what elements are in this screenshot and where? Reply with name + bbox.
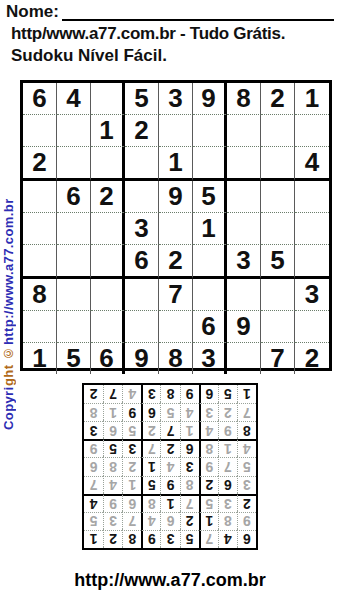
puzzle-empty-cell[interactable] [295,181,329,213]
solution-cell: 8 [103,457,122,475]
solution-cell: 6 [122,494,141,512]
puzzle-empty-cell[interactable] [91,279,125,311]
solution-cell: 9 [237,512,256,530]
solution-cell: 8 [199,439,218,457]
solution-cell: 3 [218,494,237,512]
solution-cell: 1 [141,457,160,475]
sudoku-worksheet-page: Nome: http/www.a77.com.br - Tudo Grátis.… [0,0,340,596]
solution-cell: 9 [122,403,141,421]
puzzle-empty-cell[interactable] [159,213,193,245]
solution-cell: 2 [103,530,122,548]
puzzle-given-cell: 3 [193,343,227,374]
solution-cell: 6 [141,403,160,421]
solution-cell: 3 [141,385,160,403]
puzzle-empty-cell[interactable] [57,147,91,181]
puzzle-given-cell: 2 [261,83,295,115]
puzzle-given-cell: 5 [261,245,295,279]
puzzle-given-cell: 9 [227,311,261,343]
solution-cell: 1 [103,403,122,421]
puzzle-given-cell: 5 [57,343,91,374]
solution-cell: 7 [237,403,256,421]
puzzle-given-cell: 2 [91,181,125,213]
puzzle-empty-cell[interactable] [261,279,295,311]
solution-cell: 4 [199,421,218,439]
sudoku-solution-grid-rotated: 6475398219812647352357186943628951475793… [82,383,258,550]
solution-cell: 6 [103,421,122,439]
puzzle-empty-cell[interactable] [91,83,125,115]
puzzle-empty-cell[interactable] [57,115,91,147]
solution-cell: 5 [122,421,141,439]
puzzle-given-cell: 8 [159,343,193,374]
puzzle-empty-cell[interactable] [159,311,193,343]
solution-cell: 8 [237,421,256,439]
name-fill-line[interactable] [62,3,334,21]
solution-cell: 5 [103,439,122,457]
puzzle-given-cell: 9 [159,181,193,213]
puzzle-empty-cell[interactable] [57,245,91,279]
solution-cell: 3 [237,476,256,494]
solution-cell: 7 [84,476,103,494]
solution-cell: 2 [180,512,199,530]
puzzle-given-cell: 6 [193,311,227,343]
copyright-text-segment: Copyri [1,386,16,430]
name-label: Nome: [6,3,59,21]
solution-cell: 5 [160,403,179,421]
puzzle-given-cell: 1 [295,83,329,115]
puzzle-empty-cell[interactable] [23,245,57,279]
puzzle-given-cell: 4 [295,147,329,181]
solution-cell: 4 [160,457,179,475]
puzzle-empty-cell[interactable] [227,181,261,213]
puzzle-given-cell: 3 [227,245,261,279]
puzzle-empty-cell[interactable] [227,343,261,374]
puzzle-given-cell: 1 [23,343,57,374]
puzzle-empty-cell[interactable] [227,279,261,311]
puzzle-given-cell: 3 [159,83,193,115]
solution-cell: 8 [84,403,103,421]
solution-cell: 8 [122,530,141,548]
solution-cell: 7 [141,439,160,457]
puzzle-given-cell: 1 [159,147,193,181]
solution-cell: 9 [180,385,199,403]
puzzle-empty-cell[interactable] [125,181,159,213]
puzzle-given-cell: 6 [125,245,159,279]
name-row: Nome: [6,3,334,21]
puzzle-empty-cell[interactable] [125,279,159,311]
puzzle-empty-cell[interactable] [227,213,261,245]
puzzle-given-cell: 5 [193,181,227,213]
puzzle-empty-cell[interactable] [23,311,57,343]
solution-cell: 3 [160,530,179,548]
solution-cell: 4 [180,403,199,421]
solution-cell: 7 [122,512,141,530]
solution-cell: 1 [84,530,103,548]
solution-cell: 1 [199,512,218,530]
solution-cell: 5 [218,385,237,403]
puzzle-empty-cell[interactable] [227,147,261,181]
puzzle-empty-cell[interactable] [295,115,329,147]
puzzle-empty-cell[interactable] [57,311,91,343]
solution-cell: 4 [141,512,160,530]
solution-cell: 8 [180,476,199,494]
solution-cell: 6 [180,439,199,457]
puzzle-empty-cell[interactable] [295,311,329,343]
solution-cell: 1 [122,476,141,494]
solution-cell: 2 [122,457,141,475]
solution-cell: 9 [103,494,122,512]
puzzle-given-cell: 7 [159,279,193,311]
puzzle-empty-cell[interactable] [261,147,295,181]
puzzle-given-cell: 8 [23,279,57,311]
puzzle-empty-cell[interactable] [193,279,227,311]
solution-cell: 4 [122,385,141,403]
solution-cell: 7 [103,385,122,403]
solution-cell: 3 [103,512,122,530]
puzzle-empty-cell[interactable] [295,245,329,279]
puzzle-empty-cell[interactable] [125,147,159,181]
solution-cell: 8 [218,512,237,530]
puzzle-given-cell: 1 [91,115,125,147]
copyright-text-segment: http://www.a77.com.br [1,199,16,346]
solution-cell: 4 [103,476,122,494]
copyright-text-segment: ght © [1,345,16,386]
puzzle-given-cell: 4 [57,83,91,115]
solution-cell: 1 [218,439,237,457]
solution-cell: 9 [199,457,218,475]
solution-cell: 7 [160,421,179,439]
solution-cell: 6 [160,512,179,530]
solution-cell: 9 [160,476,179,494]
solution-cell: 3 [180,457,199,475]
puzzle-empty-cell[interactable] [193,147,227,181]
puzzle-given-cell: 9 [125,343,159,374]
solution-cell: 8 [141,494,160,512]
puzzle-empty-cell[interactable] [159,115,193,147]
solution-cell: 5 [141,476,160,494]
solution-cell: 4 [218,530,237,548]
puzzle-level-title: Sudoku Nível Fácil. [11,46,167,66]
puzzle-empty-cell[interactable] [23,213,57,245]
solution-cell: 2 [84,385,103,403]
puzzle-empty-cell[interactable] [193,245,227,279]
site-tagline: http/www.a77.com.br - Tudo Grátis. [11,24,285,44]
solution-cell: 5 [180,530,199,548]
solution-cell: 3 [84,421,103,439]
puzzle-empty-cell[interactable] [261,213,295,245]
solution-cell: 6 [84,457,103,475]
puzzle-empty-cell[interactable] [23,181,57,213]
solution-cell: 7 [218,457,237,475]
solution-cell: 9 [141,530,160,548]
puzzle-empty-cell[interactable] [23,115,57,147]
puzzle-given-cell: 6 [23,83,57,115]
solution-cell: 2 [199,476,218,494]
puzzle-empty-cell[interactable] [57,213,91,245]
solution-cell: 5 [84,512,103,530]
solution-cell: 7 [180,494,199,512]
puzzle-given-cell: 2 [125,115,159,147]
puzzle-empty-cell[interactable] [91,245,125,279]
puzzle-empty-cell[interactable] [91,147,125,181]
solution-cell: 2 [218,403,237,421]
solution-cell: 4 [84,494,103,512]
puzzle-empty-cell[interactable] [125,311,159,343]
puzzle-given-cell: 5 [125,83,159,115]
solution-cell: 3 [199,403,218,421]
puzzle-empty-cell[interactable] [57,279,91,311]
solution-cell: 1 [160,494,179,512]
solution-cell: 7 [199,530,218,548]
puzzle-empty-cell[interactable] [295,213,329,245]
puzzle-empty-cell[interactable] [261,181,295,213]
solution-cell: 6 [237,530,256,548]
puzzle-given-cell: 3 [125,213,159,245]
puzzle-empty-cell[interactable] [91,213,125,245]
solution-cell: 2 [141,421,160,439]
copyright-vertical-text: Copyright © http://www.a77.com.br [0,153,17,475]
solution-cell: 8 [160,385,179,403]
solution-cell: 4 [237,439,256,457]
solution-cell: 1 [237,385,256,403]
solution-cell: 5 [237,457,256,475]
puzzle-empty-cell[interactable] [227,115,261,147]
puzzle-given-cell: 8 [227,83,261,115]
puzzle-empty-cell[interactable] [261,311,295,343]
puzzle-given-cell: 6 [57,181,91,213]
solution-cell: 9 [218,421,237,439]
puzzle-given-cell: 6 [91,343,125,374]
solution-cell: 1 [180,421,199,439]
puzzle-given-cell: 2 [295,343,329,374]
puzzle-given-cell: 2 [23,147,57,181]
puzzle-empty-cell[interactable] [91,311,125,343]
puzzle-empty-cell[interactable] [261,115,295,147]
solution-cell: 6 [199,385,218,403]
puzzle-given-cell: 9 [193,83,227,115]
footer-url: http://www.a77.com.br [0,570,340,591]
solution-cell: 2 [160,439,179,457]
puzzle-given-cell: 7 [261,343,295,374]
puzzle-given-cell: 1 [193,213,227,245]
sudoku-puzzle-grid: 645398211221462953162358736915698372 [20,80,332,371]
solution-cell: 3 [122,439,141,457]
solution-cell: 9 [84,439,103,457]
puzzle-given-cell: 3 [295,279,329,311]
solution-cell: 6 [218,476,237,494]
solution-cell: 2 [237,494,256,512]
puzzle-given-cell: 2 [159,245,193,279]
puzzle-empty-cell[interactable] [193,115,227,147]
solution-cell: 5 [199,494,218,512]
